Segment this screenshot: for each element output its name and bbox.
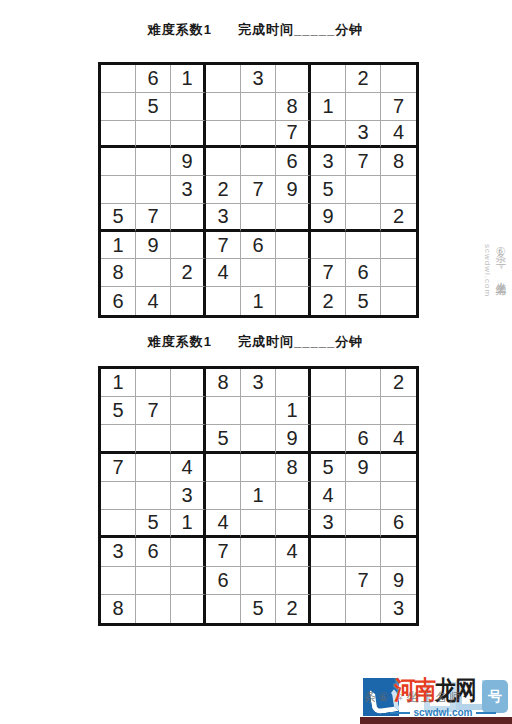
sudoku-cell[interactable]	[136, 259, 171, 287]
sudoku-cell[interactable]: 7	[311, 259, 346, 287]
sudoku-cell[interactable]: 9	[276, 425, 311, 453]
sudoku-cell[interactable]	[276, 482, 311, 510]
sudoku-cell[interactable]	[311, 567, 346, 595]
sudoku-cell[interactable]: 4	[311, 482, 346, 510]
sudoku-cell[interactable]	[206, 595, 241, 623]
sudoku-cell[interactable]: 1	[241, 482, 276, 510]
sudoku-cell[interactable]	[171, 232, 206, 260]
sudoku-cell[interactable]	[346, 369, 381, 397]
sudoku-cell[interactable]	[276, 567, 311, 595]
sudoku-cell[interactable]	[311, 397, 346, 425]
sudoku-cell[interactable]	[206, 93, 241, 121]
puzzle2-header: 难度系数1完成时间_____分钟	[98, 333, 413, 351]
sudoku-cell[interactable]	[101, 121, 136, 149]
sudoku-cell[interactable]: 4	[276, 538, 311, 566]
sudoku-cell[interactable]	[101, 567, 136, 595]
watermark-overlay: 条⑥ ♀坐上名师	[364, 689, 510, 706]
sudoku-cell[interactable]	[136, 595, 171, 623]
difficulty-label: 难度系数1	[148, 334, 212, 349]
sudoku-cell[interactable]: 3	[381, 595, 416, 623]
sudoku-cell[interactable]: 3	[171, 482, 206, 510]
sudoku-cell[interactable]	[346, 510, 381, 538]
sudoku-cell[interactable]	[136, 425, 171, 453]
sudoku-cell[interactable]	[276, 65, 311, 93]
sudoku-cell[interactable]: 7	[136, 204, 171, 232]
sudoku-cell[interactable]: 4	[381, 121, 416, 149]
sudoku-cell[interactable]	[311, 538, 346, 566]
sudoku-cell[interactable]	[346, 93, 381, 121]
sudoku-cell[interactable]: 5	[136, 510, 171, 538]
sudoku-cell[interactable]	[276, 287, 311, 315]
sudoku-cell[interactable]: 3	[241, 369, 276, 397]
sudoku-grid-2: 18325715964748593145143636746798523	[98, 366, 419, 626]
sudoku-cell[interactable]: 1	[311, 93, 346, 121]
sudoku-cell[interactable]: 7	[346, 148, 381, 176]
sudoku-cell[interactable]: 3	[206, 204, 241, 232]
sudoku-cell[interactable]	[346, 538, 381, 566]
sudoku-cell[interactable]	[241, 567, 276, 595]
sudoku-cell[interactable]	[346, 176, 381, 204]
sudoku-cell[interactable]: 5	[346, 287, 381, 315]
sudoku-cell[interactable]	[241, 148, 276, 176]
sudoku-cell[interactable]: 6	[101, 287, 136, 315]
sudoku-cell[interactable]: 3	[241, 65, 276, 93]
sudoku-cell[interactable]	[381, 259, 416, 287]
sudoku-cell[interactable]: 9	[171, 148, 206, 176]
sudoku-cell[interactable]	[311, 595, 346, 623]
sudoku-cell[interactable]: 9	[276, 176, 311, 204]
sudoku-cell[interactable]: 3	[171, 176, 206, 204]
sudoku-cell[interactable]	[346, 232, 381, 260]
sudoku-cell[interactable]	[206, 121, 241, 149]
sudoku-grid-1: 6132581773496378327955739219768247664125	[98, 62, 419, 318]
sudoku-cell[interactable]: 7	[346, 567, 381, 595]
sudoku-cell[interactable]: 7	[381, 93, 416, 121]
sudoku-cell[interactable]: 4	[206, 510, 241, 538]
sudoku-cell[interactable]	[136, 148, 171, 176]
sudoku-cell[interactable]	[276, 232, 311, 260]
sudoku-cell[interactable]: 8	[206, 369, 241, 397]
watermark-vertical: scwdwl.com 条⑥一♀坐上名师	[483, 244, 508, 350]
time-label: 完成时间_____分钟	[238, 22, 363, 37]
sudoku-cell[interactable]: 3	[311, 148, 346, 176]
sudoku-cell[interactable]: 4	[171, 454, 206, 482]
sudoku-cell[interactable]: 6	[346, 425, 381, 453]
sudoku-cell[interactable]	[171, 287, 206, 315]
sudoku-cell[interactable]: 5	[101, 204, 136, 232]
sudoku-cell[interactable]	[311, 121, 346, 149]
sudoku-cell[interactable]: 6	[241, 232, 276, 260]
sudoku-cell[interactable]	[206, 65, 241, 93]
sudoku-cell[interactable]	[346, 204, 381, 232]
sudoku-cell[interactable]: 1	[241, 287, 276, 315]
sudoku-cell[interactable]	[276, 204, 311, 232]
sudoku-cell[interactable]	[276, 369, 311, 397]
sudoku-cell[interactable]: 5	[136, 93, 171, 121]
sudoku-cell[interactable]: 1	[101, 232, 136, 260]
sudoku-cell[interactable]: 7	[241, 176, 276, 204]
sudoku-cell[interactable]	[241, 204, 276, 232]
difficulty-label: 难度系数1	[148, 22, 212, 37]
footer-bar	[360, 717, 512, 724]
sudoku-cell[interactable]	[101, 93, 136, 121]
sudoku-cell[interactable]	[381, 232, 416, 260]
sudoku-cell[interactable]	[381, 65, 416, 93]
sudoku-cell[interactable]	[171, 595, 206, 623]
sudoku-cell[interactable]: 7	[206, 232, 241, 260]
puzzle1-header: 难度系数1完成时间_____分钟	[98, 21, 413, 39]
sudoku-cell[interactable]: 2	[276, 595, 311, 623]
sudoku-cell[interactable]	[101, 482, 136, 510]
sudoku-cell[interactable]	[276, 510, 311, 538]
sudoku-cell[interactable]: 3	[346, 121, 381, 149]
sudoku-cell[interactable]	[171, 425, 206, 453]
sudoku-cell[interactable]: 2	[381, 204, 416, 232]
sudoku-cell[interactable]: 5	[206, 425, 241, 453]
sudoku-cell[interactable]: 8	[381, 148, 416, 176]
sudoku-cell[interactable]: 3	[311, 510, 346, 538]
sudoku-cell[interactable]	[101, 176, 136, 204]
sudoku-cell[interactable]	[136, 369, 171, 397]
sudoku-cell[interactable]: 4	[206, 259, 241, 287]
sudoku-cell[interactable]	[206, 454, 241, 482]
sudoku-cell[interactable]	[206, 148, 241, 176]
sudoku-cell[interactable]	[381, 176, 416, 204]
sudoku-cell[interactable]: 1	[276, 397, 311, 425]
sudoku-cell[interactable]	[206, 287, 241, 315]
sudoku-cell[interactable]: 2	[171, 259, 206, 287]
sudoku-cell[interactable]	[241, 510, 276, 538]
sudoku-cell[interactable]: 1	[171, 65, 206, 93]
sudoku-cell[interactable]: 9	[136, 232, 171, 260]
sudoku-cell[interactable]: 2	[206, 176, 241, 204]
sudoku-cell[interactable]: 4	[381, 425, 416, 453]
sudoku-cell[interactable]	[171, 204, 206, 232]
sudoku-cell[interactable]: 5	[241, 595, 276, 623]
sudoku-cell[interactable]	[311, 232, 346, 260]
sudoku-cell[interactable]: 9	[311, 204, 346, 232]
sudoku-cell[interactable]: 7	[136, 397, 171, 425]
worksheet-page: { "game": "sudoku", "puzzles": [ { "diff…	[0, 0, 512, 724]
sudoku-cell[interactable]: 2	[346, 65, 381, 93]
sudoku-cell[interactable]: 6	[346, 259, 381, 287]
sudoku-cell[interactable]: 7	[206, 538, 241, 566]
sudoku-cell[interactable]: 5	[101, 397, 136, 425]
sudoku-cell[interactable]	[311, 425, 346, 453]
sudoku-cell[interactable]	[101, 65, 136, 93]
sudoku-cell[interactable]: 9	[381, 567, 416, 595]
sudoku-cell[interactable]: 1	[171, 510, 206, 538]
sudoku-cell[interactable]: 5	[311, 176, 346, 204]
sudoku-cell[interactable]	[136, 121, 171, 149]
sudoku-cell[interactable]	[381, 287, 416, 315]
sudoku-cell[interactable]	[206, 482, 241, 510]
sudoku-cell[interactable]: 6	[136, 65, 171, 93]
sudoku-cell[interactable]	[171, 538, 206, 566]
sudoku-cell[interactable]	[171, 567, 206, 595]
sudoku-cell[interactable]	[311, 65, 346, 93]
sudoku-cell[interactable]	[241, 454, 276, 482]
dash-line	[390, 712, 410, 714]
sudoku-cell[interactable]: 6	[136, 538, 171, 566]
sudoku-cell[interactable]: 8	[276, 93, 311, 121]
sudoku-cell[interactable]	[346, 595, 381, 623]
sudoku-cell[interactable]: 5	[311, 454, 346, 482]
sudoku-cell[interactable]	[311, 369, 346, 397]
site-url-vertical: scwdwl.com	[483, 244, 492, 350]
sudoku-cell[interactable]	[381, 538, 416, 566]
sudoku-cell[interactable]: 8	[101, 259, 136, 287]
sudoku-cell[interactable]: 6	[381, 510, 416, 538]
sudoku-cell[interactable]: 2	[381, 369, 416, 397]
sudoku-cell[interactable]	[101, 148, 136, 176]
sudoku-cell[interactable]: 7	[276, 121, 311, 149]
time-label: 完成时间_____分钟	[238, 334, 363, 349]
sudoku-cell[interactable]: 6	[206, 567, 241, 595]
sudoku-cell[interactable]: 3	[101, 538, 136, 566]
sudoku-cell[interactable]	[241, 121, 276, 149]
sudoku-cell[interactable]	[136, 454, 171, 482]
sudoku-cell[interactable]: 7	[101, 454, 136, 482]
sudoku-cell[interactable]	[241, 259, 276, 287]
sudoku-cell[interactable]	[241, 425, 276, 453]
sudoku-cell[interactable]: 6	[276, 148, 311, 176]
sudoku-cell[interactable]: 4	[136, 287, 171, 315]
sudoku-cell[interactable]	[171, 93, 206, 121]
sudoku-cell[interactable]: 1	[101, 369, 136, 397]
sudoku-cell[interactable]	[381, 482, 416, 510]
sudoku-cell[interactable]	[171, 121, 206, 149]
site-logo: 河南龙网 号 条⑥ ♀坐上名师 scwdwl.com	[360, 672, 512, 717]
sudoku-cell[interactable]	[171, 397, 206, 425]
sudoku-cell[interactable]	[206, 397, 241, 425]
sudoku-cell[interactable]	[381, 397, 416, 425]
sudoku-cell[interactable]	[171, 369, 206, 397]
sudoku-cell[interactable]: 2	[311, 287, 346, 315]
sudoku-cell[interactable]	[241, 397, 276, 425]
sudoku-cell[interactable]	[136, 176, 171, 204]
sudoku-cell[interactable]: 8	[101, 595, 136, 623]
sudoku-cell[interactable]	[101, 510, 136, 538]
sudoku-cell[interactable]: 9	[346, 454, 381, 482]
sudoku-cell[interactable]	[276, 259, 311, 287]
sudoku-cell[interactable]	[346, 482, 381, 510]
sudoku-cell[interactable]	[241, 538, 276, 566]
sudoku-cell[interactable]	[346, 397, 381, 425]
dash-line	[476, 712, 496, 714]
sudoku-cell[interactable]	[101, 425, 136, 453]
sudoku-cell[interactable]	[136, 482, 171, 510]
watermark-text-vertical: 条⑥一♀坐上名师	[493, 244, 508, 350]
sudoku-cell[interactable]	[241, 93, 276, 121]
sudoku-cell[interactable]	[381, 454, 416, 482]
sudoku-cell[interactable]: 8	[276, 454, 311, 482]
sudoku-cell[interactable]	[136, 567, 171, 595]
